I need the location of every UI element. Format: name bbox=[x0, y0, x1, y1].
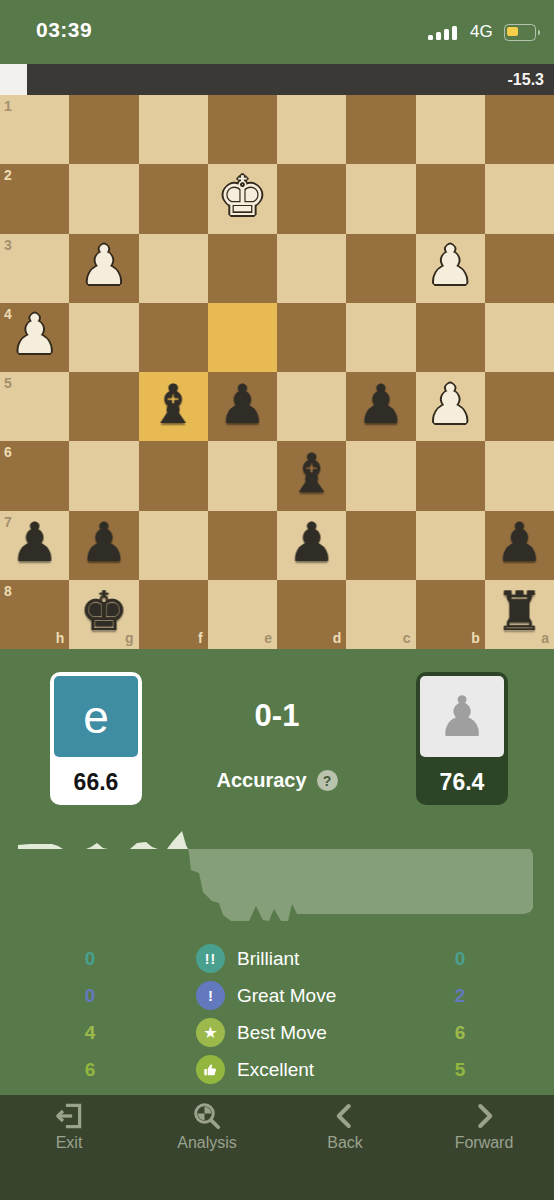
square-d3[interactable] bbox=[277, 234, 346, 303]
square-e4[interactable] bbox=[208, 303, 277, 372]
black-pawn: ♟ bbox=[10, 516, 58, 570]
exit-button[interactable]: Exit bbox=[19, 1101, 119, 1152]
forward-button[interactable]: Forward bbox=[434, 1101, 534, 1152]
analysis-label: Analysis bbox=[157, 1134, 257, 1152]
square-g7[interactable]: ♟ bbox=[69, 511, 138, 580]
square-h3[interactable]: 3 bbox=[0, 234, 69, 303]
exit-label: Exit bbox=[19, 1134, 119, 1152]
square-e6[interactable] bbox=[208, 441, 277, 510]
brilliant-count-left: 0 bbox=[75, 940, 105, 977]
chess-board[interactable]: 12♚3♟♟4♟5♝♟♟♟6♝7♟♟♟♟8hg♚fedcba♜ bbox=[0, 95, 554, 649]
square-d5[interactable] bbox=[277, 372, 346, 441]
best-move-label: Best Move bbox=[237, 1014, 327, 1051]
square-c4[interactable] bbox=[346, 303, 415, 372]
square-d8[interactable]: d bbox=[277, 580, 346, 649]
square-b8[interactable]: b bbox=[416, 580, 485, 649]
brilliant-label: Brilliant bbox=[237, 940, 299, 977]
file-label-d: d bbox=[333, 631, 342, 645]
square-f5[interactable]: ♝ bbox=[139, 372, 208, 441]
file-label-c: c bbox=[403, 631, 411, 645]
excellent-label: Excellent bbox=[237, 1051, 314, 1088]
square-c7[interactable] bbox=[346, 511, 415, 580]
forward-label: Forward bbox=[434, 1134, 534, 1152]
square-e8[interactable]: e bbox=[208, 580, 277, 649]
file-label-f: f bbox=[198, 631, 203, 645]
rank-label-5: 5 bbox=[4, 376, 12, 390]
great-count-right: 2 bbox=[445, 977, 475, 1014]
square-b7[interactable] bbox=[416, 511, 485, 580]
back-label: Back bbox=[295, 1134, 395, 1152]
thumb-up-icon bbox=[196, 1055, 225, 1084]
white-king: ♚ bbox=[218, 170, 266, 224]
square-g1[interactable] bbox=[69, 95, 138, 164]
black-pawn: ♟ bbox=[495, 516, 543, 570]
square-d2[interactable] bbox=[277, 164, 346, 233]
magnifier-analysis-icon bbox=[192, 1101, 222, 1131]
move-row-best: 4 ★ Best Move 6 bbox=[0, 1014, 554, 1051]
double-exclamation-icon: !! bbox=[196, 944, 225, 973]
square-e3[interactable] bbox=[208, 234, 277, 303]
evaluation-bar-white-share bbox=[0, 64, 27, 95]
move-row-excellent: 6 Excellent 5 bbox=[0, 1051, 554, 1088]
file-label-e: e bbox=[264, 631, 272, 645]
square-a3[interactable] bbox=[485, 234, 554, 303]
black-bishop: ♝ bbox=[149, 378, 197, 432]
square-f7[interactable] bbox=[139, 511, 208, 580]
status-bar: 03:39 4G bbox=[0, 0, 554, 64]
black-pawn: ♟ bbox=[287, 516, 335, 570]
chevron-left-icon bbox=[330, 1101, 360, 1131]
rank-label-2: 2 bbox=[4, 168, 12, 182]
square-a8[interactable]: a♜ bbox=[485, 580, 554, 649]
square-b3[interactable]: ♟ bbox=[416, 234, 485, 303]
best-count-left: 4 bbox=[75, 1014, 105, 1051]
black-pawn: ♟ bbox=[80, 516, 128, 570]
square-h7[interactable]: 7♟ bbox=[0, 511, 69, 580]
square-a4[interactable] bbox=[485, 303, 554, 372]
file-label-h: h bbox=[56, 631, 65, 645]
square-c1[interactable] bbox=[346, 95, 415, 164]
square-b2[interactable] bbox=[416, 164, 485, 233]
avatar-right[interactable]: ♟ bbox=[420, 676, 504, 757]
white-pawn: ♟ bbox=[426, 239, 474, 293]
file-label-b: b bbox=[471, 631, 480, 645]
square-d6[interactable]: ♝ bbox=[277, 441, 346, 510]
rank-label-3: 3 bbox=[4, 238, 12, 252]
square-g5[interactable] bbox=[69, 372, 138, 441]
excellent-count-left: 6 bbox=[75, 1051, 105, 1088]
square-h1[interactable]: 1 bbox=[0, 95, 69, 164]
black-pawn: ♟ bbox=[218, 378, 266, 432]
square-c3[interactable] bbox=[346, 234, 415, 303]
square-f6[interactable] bbox=[139, 441, 208, 510]
pawn-avatar-icon: ♟ bbox=[437, 689, 487, 745]
exclamation-icon: ! bbox=[196, 981, 225, 1010]
square-c8[interactable]: c bbox=[346, 580, 415, 649]
white-pawn: ♟ bbox=[426, 378, 474, 432]
square-a2[interactable] bbox=[485, 164, 554, 233]
rank-label-6: 6 bbox=[4, 445, 12, 459]
white-pawn: ♟ bbox=[80, 239, 128, 293]
square-c2[interactable] bbox=[346, 164, 415, 233]
exit-door-icon bbox=[54, 1101, 84, 1131]
square-h6[interactable]: 6 bbox=[0, 441, 69, 510]
square-g4[interactable] bbox=[69, 303, 138, 372]
black-king: ♚ bbox=[80, 585, 128, 639]
square-h8[interactable]: 8h bbox=[0, 580, 69, 649]
evaluation-bar: -15.3 bbox=[0, 64, 554, 95]
accuracy-help-icon[interactable]: ? bbox=[317, 770, 338, 791]
square-g2[interactable] bbox=[69, 164, 138, 233]
eval-area-white bbox=[18, 831, 188, 849]
square-f8[interactable]: f bbox=[139, 580, 208, 649]
star-icon: ★ bbox=[196, 1018, 225, 1047]
black-rook: ♜ bbox=[495, 585, 543, 639]
chevron-right-icon bbox=[469, 1101, 499, 1131]
best-count-right: 6 bbox=[445, 1014, 475, 1051]
square-f3[interactable] bbox=[139, 234, 208, 303]
rank-label-8: 8 bbox=[4, 584, 12, 598]
battery-icon bbox=[504, 24, 536, 41]
square-a1[interactable] bbox=[485, 95, 554, 164]
square-d7[interactable]: ♟ bbox=[277, 511, 346, 580]
square-b1[interactable] bbox=[416, 95, 485, 164]
analysis-button[interactable]: Analysis bbox=[157, 1101, 257, 1152]
network-type: 4G bbox=[470, 22, 493, 42]
move-row-great: 0 ! Great Move 2 bbox=[0, 977, 554, 1014]
bottom-toolbar: Exit Analysis Back Forward bbox=[0, 1095, 554, 1200]
square-b4[interactable] bbox=[416, 303, 485, 372]
square-a6[interactable] bbox=[485, 441, 554, 510]
great-move-label: Great Move bbox=[237, 977, 336, 1014]
square-e2[interactable]: ♚ bbox=[208, 164, 277, 233]
square-f2[interactable] bbox=[139, 164, 208, 233]
square-e1[interactable] bbox=[208, 95, 277, 164]
square-b6[interactable] bbox=[416, 441, 485, 510]
clock: 03:39 bbox=[36, 18, 92, 42]
square-g6[interactable] bbox=[69, 441, 138, 510]
square-h2[interactable]: 2 bbox=[0, 164, 69, 233]
rank-label-1: 1 bbox=[4, 99, 12, 113]
black-bishop: ♝ bbox=[287, 447, 335, 501]
signal-strength-icon bbox=[428, 25, 468, 40]
square-f1[interactable] bbox=[139, 95, 208, 164]
excellent-count-right: 5 bbox=[445, 1051, 475, 1088]
square-e5[interactable]: ♟ bbox=[208, 372, 277, 441]
square-e7[interactable] bbox=[208, 511, 277, 580]
evaluation-score: -15.3 bbox=[508, 64, 544, 95]
square-a7[interactable]: ♟ bbox=[485, 511, 554, 580]
square-b5[interactable]: ♟ bbox=[416, 372, 485, 441]
black-pawn: ♟ bbox=[357, 378, 405, 432]
square-a5[interactable] bbox=[485, 372, 554, 441]
eval-area-black bbox=[188, 849, 533, 921]
brilliant-count-right: 0 bbox=[445, 940, 475, 977]
square-c6[interactable] bbox=[346, 441, 415, 510]
square-f4[interactable] bbox=[139, 303, 208, 372]
white-pawn: ♟ bbox=[10, 308, 58, 362]
square-c5[interactable]: ♟ bbox=[346, 372, 415, 441]
square-g3[interactable]: ♟ bbox=[69, 234, 138, 303]
square-d1[interactable] bbox=[277, 95, 346, 164]
great-count-left: 0 bbox=[75, 977, 105, 1014]
square-g8[interactable]: g♚ bbox=[69, 580, 138, 649]
accuracy-label: Accuracy bbox=[216, 769, 306, 792]
square-h5[interactable]: 5 bbox=[0, 372, 69, 441]
move-row-brilliant: 0 !! Brilliant 0 bbox=[0, 940, 554, 977]
evaluation-graph[interactable] bbox=[0, 820, 554, 930]
square-h4[interactable]: 4♟ bbox=[0, 303, 69, 372]
square-d4[interactable] bbox=[277, 303, 346, 372]
back-button[interactable]: Back bbox=[295, 1101, 395, 1152]
